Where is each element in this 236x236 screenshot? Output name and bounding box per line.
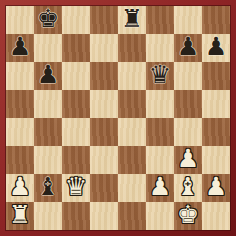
square-a2[interactable]: ♟ [6,174,34,202]
square-g3[interactable]: ♟ [174,146,202,174]
square-a8[interactable] [6,6,34,34]
square-b3[interactable] [34,146,62,174]
white-bishop: ♝ [177,173,199,201]
square-f5[interactable] [146,90,174,118]
square-f4[interactable] [146,118,174,146]
white-king: ♚ [177,201,199,229]
square-f2[interactable]: ♟ [146,174,174,202]
square-e2[interactable] [118,174,146,202]
white-pawn: ♟ [205,173,227,201]
square-h4[interactable] [202,118,230,146]
chess-board-frame: ♚♜♟♟♟♟♛♟♟♝♛♟♝♟♜♚ [0,0,236,236]
black-pawn: ♟ [205,33,227,61]
square-d8[interactable] [90,6,118,34]
white-queen: ♛ [65,173,87,201]
square-h5[interactable] [202,90,230,118]
square-c2[interactable]: ♛ [62,174,90,202]
square-b1[interactable] [34,202,62,230]
square-g6[interactable] [174,62,202,90]
square-c3[interactable] [62,146,90,174]
black-king: ♚ [37,5,59,33]
white-rook: ♜ [9,201,31,229]
square-e1[interactable] [118,202,146,230]
square-d6[interactable] [90,62,118,90]
square-a3[interactable] [6,146,34,174]
black-bishop: ♝ [37,173,59,201]
square-b7[interactable] [34,34,62,62]
square-e8[interactable]: ♜ [118,6,146,34]
square-f3[interactable] [146,146,174,174]
square-g2[interactable]: ♝ [174,174,202,202]
square-e4[interactable] [118,118,146,146]
square-e7[interactable] [118,34,146,62]
square-e3[interactable] [118,146,146,174]
chess-board: ♚♜♟♟♟♟♛♟♟♝♛♟♝♟♜♚ [6,6,230,230]
square-g7[interactable]: ♟ [174,34,202,62]
black-pawn: ♟ [9,33,31,61]
square-b5[interactable] [34,90,62,118]
square-d4[interactable] [90,118,118,146]
black-pawn: ♟ [37,61,59,89]
black-queen: ♛ [149,61,171,89]
square-c1[interactable] [62,202,90,230]
square-b6[interactable]: ♟ [34,62,62,90]
square-g8[interactable] [174,6,202,34]
white-pawn: ♟ [149,173,171,201]
square-f7[interactable] [146,34,174,62]
square-c4[interactable] [62,118,90,146]
square-a5[interactable] [6,90,34,118]
square-c8[interactable] [62,6,90,34]
square-d3[interactable] [90,146,118,174]
square-c6[interactable] [62,62,90,90]
square-f6[interactable]: ♛ [146,62,174,90]
white-pawn: ♟ [9,173,31,201]
square-b8[interactable]: ♚ [34,6,62,34]
square-g5[interactable] [174,90,202,118]
white-pawn: ♟ [177,145,199,173]
square-e5[interactable] [118,90,146,118]
square-d7[interactable] [90,34,118,62]
square-a4[interactable] [6,118,34,146]
square-d5[interactable] [90,90,118,118]
square-a6[interactable] [6,62,34,90]
square-a7[interactable]: ♟ [6,34,34,62]
square-g1[interactable]: ♚ [174,202,202,230]
square-h2[interactable]: ♟ [202,174,230,202]
square-g4[interactable] [174,118,202,146]
square-h7[interactable]: ♟ [202,34,230,62]
square-a1[interactable]: ♜ [6,202,34,230]
square-h1[interactable] [202,202,230,230]
square-c5[interactable] [62,90,90,118]
square-b4[interactable] [34,118,62,146]
square-d1[interactable] [90,202,118,230]
black-rook: ♜ [121,5,143,33]
square-b2[interactable]: ♝ [34,174,62,202]
square-h8[interactable] [202,6,230,34]
square-f1[interactable] [146,202,174,230]
square-e6[interactable] [118,62,146,90]
square-d2[interactable] [90,174,118,202]
black-pawn: ♟ [177,33,199,61]
square-h3[interactable] [202,146,230,174]
square-f8[interactable] [146,6,174,34]
square-h6[interactable] [202,62,230,90]
square-c7[interactable] [62,34,90,62]
